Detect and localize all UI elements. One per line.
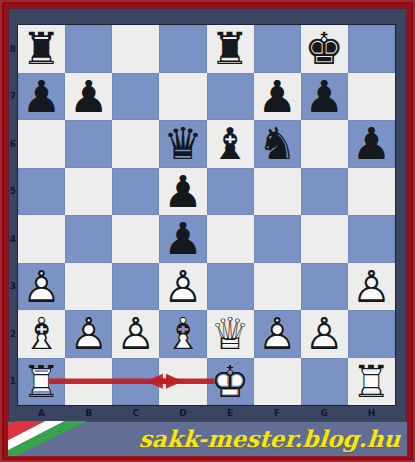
file-labels: ABCDEFGH: [18, 405, 395, 420]
square-f6: [254, 120, 301, 168]
square-e2: [207, 310, 254, 358]
square-e4: [207, 215, 254, 263]
file-label-f: F: [254, 405, 301, 420]
rank-label-8: 8: [8, 25, 18, 73]
file-label-b: B: [65, 405, 112, 420]
square-a2: [18, 310, 65, 358]
square-a6: [18, 120, 65, 168]
file-label-e: E: [207, 405, 254, 420]
square-d6: [159, 120, 206, 168]
square-b3: [65, 263, 112, 311]
square-a7: [18, 73, 65, 121]
rank-label-1: 1: [8, 358, 18, 406]
square-b1: [65, 358, 112, 406]
file-label-d: D: [159, 405, 206, 420]
square-h7: [348, 73, 395, 121]
square-c1: [112, 358, 159, 406]
square-h3: [348, 263, 395, 311]
square-g1: [301, 358, 348, 406]
square-a3: [18, 263, 65, 311]
square-h2: [348, 310, 395, 358]
square-h8: [348, 25, 395, 73]
rank-label-4: 4: [8, 215, 18, 263]
square-c5: [112, 168, 159, 216]
hungarian-flag-ribbon: [8, 421, 118, 456]
square-e6: [207, 120, 254, 168]
square-g5: [301, 168, 348, 216]
chess-diagram-banner: 87654321 ♜♜♚♟♟♟♟♛♝♞♟♟♟♟♙♟♙♟♙♝♗♟♙♟♙♝♗♛♕♟♙…: [0, 0, 415, 462]
square-h4: [348, 215, 395, 263]
square-g4: [301, 215, 348, 263]
square-f5: [254, 168, 301, 216]
square-c6: [112, 120, 159, 168]
rank-labels: 87654321: [8, 25, 18, 405]
square-b6: [65, 120, 112, 168]
diagram-background: 87654321 ♜♜♚♟♟♟♟♛♝♞♟♟♟♟♙♟♙♟♙♝♗♟♙♟♙♝♗♛♕♟♙…: [8, 8, 407, 456]
square-e8: [207, 25, 254, 73]
square-e3: [207, 263, 254, 311]
file-label-a: A: [18, 405, 65, 420]
square-g7: [301, 73, 348, 121]
square-e1: [207, 358, 254, 406]
square-f1: [254, 358, 301, 406]
chess-board: ♜♜♚♟♟♟♟♛♝♞♟♟♟♟♙♟♙♟♙♝♗♟♙♟♙♝♗♛♕♟♙♟♙♜♖♚♔♜♖: [18, 25, 395, 405]
square-h5: [348, 168, 395, 216]
rank-label-5: 5: [8, 168, 18, 216]
square-h1: [348, 358, 395, 406]
square-g2: [301, 310, 348, 358]
square-f4: [254, 215, 301, 263]
rank-label-3: 3: [8, 263, 18, 311]
file-label-g: G: [301, 405, 348, 420]
square-c7: [112, 73, 159, 121]
square-g3: [301, 263, 348, 311]
square-b2: [65, 310, 112, 358]
square-f7: [254, 73, 301, 121]
square-b4: [65, 215, 112, 263]
square-d8: [159, 25, 206, 73]
file-label-h: H: [348, 405, 395, 420]
square-a5: [18, 168, 65, 216]
rank-label-6: 6: [8, 120, 18, 168]
square-f2: [254, 310, 301, 358]
square-d5: [159, 168, 206, 216]
square-f3: [254, 263, 301, 311]
square-e5: [207, 168, 254, 216]
square-a8: [18, 25, 65, 73]
square-a1: [18, 358, 65, 406]
footer-bar: sakk-mester.blog.hu: [8, 421, 407, 456]
rank-label-2: 2: [8, 310, 18, 358]
square-d1: [159, 358, 206, 406]
square-d4: [159, 215, 206, 263]
square-d7: [159, 73, 206, 121]
square-e7: [207, 73, 254, 121]
rank-label-7: 7: [8, 73, 18, 121]
file-label-c: C: [112, 405, 159, 420]
square-b5: [65, 168, 112, 216]
square-a4: [18, 215, 65, 263]
square-d3: [159, 263, 206, 311]
square-f8: [254, 25, 301, 73]
square-c8: [112, 25, 159, 73]
square-c2: [112, 310, 159, 358]
square-b7: [65, 73, 112, 121]
site-url-text: sakk-mester.blog.hu: [138, 421, 402, 456]
square-d2: [159, 310, 206, 358]
square-b8: [65, 25, 112, 73]
square-h6: [348, 120, 395, 168]
square-g6: [301, 120, 348, 168]
square-c4: [112, 215, 159, 263]
square-c3: [112, 263, 159, 311]
square-g8: [301, 25, 348, 73]
